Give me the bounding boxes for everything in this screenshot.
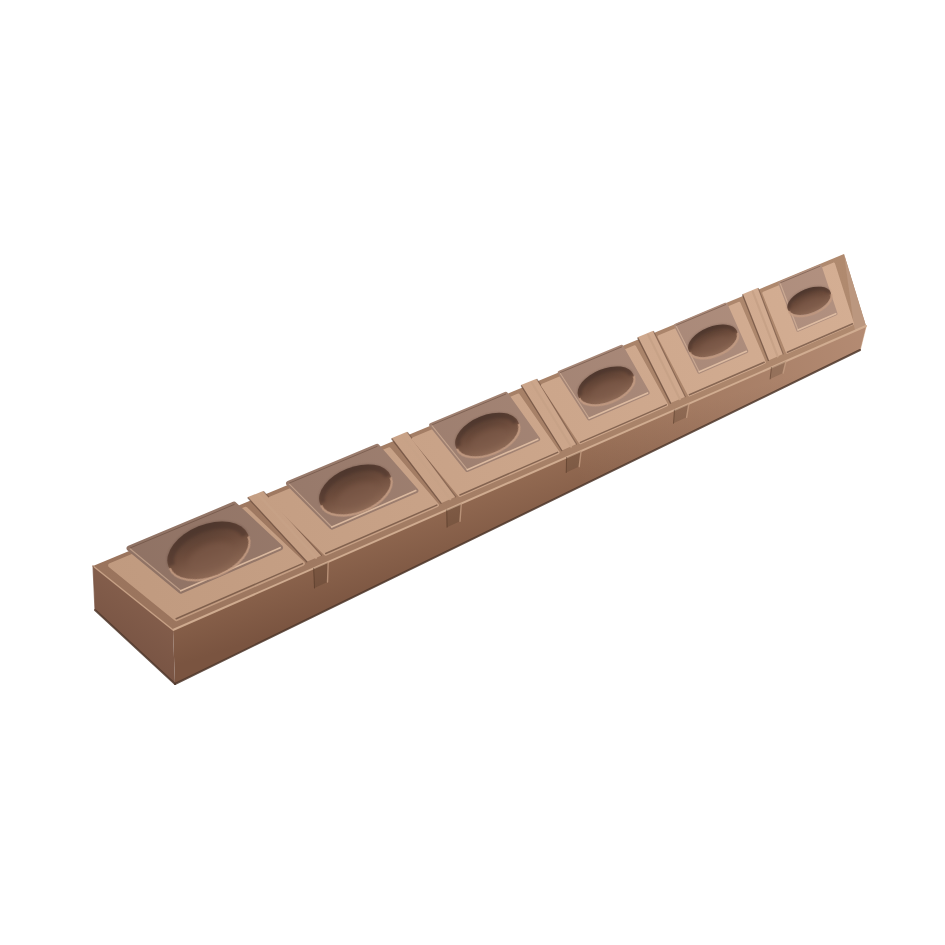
product-render-stage — [0, 0, 945, 945]
chocolate-bar-render — [0, 0, 945, 945]
groove-notch-1-highlight — [328, 562, 329, 582]
